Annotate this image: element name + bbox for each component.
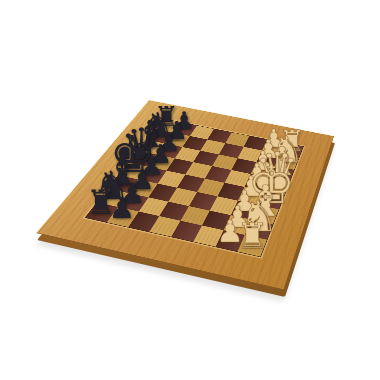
chess-set-photo: ♜♞♝♛♚♝♞♜♟♟♟♟♟♟♟♟♟♟♟♟♟♟♟♟♜♞♝♛♚♝♞♜: [0, 0, 380, 380]
board-grid: [85, 118, 304, 257]
chess-board: [36, 100, 334, 290]
